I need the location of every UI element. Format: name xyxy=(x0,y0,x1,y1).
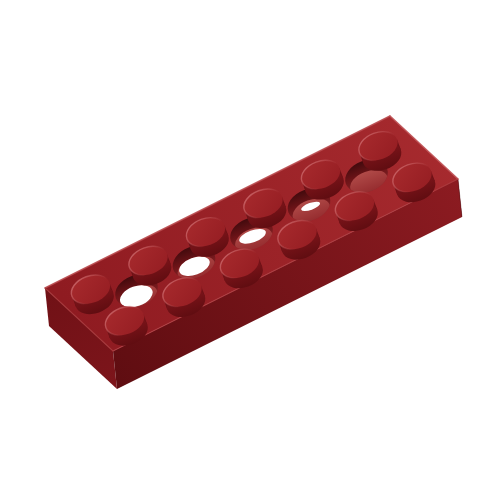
lego-plate-render xyxy=(0,0,500,500)
product-image xyxy=(0,0,500,500)
